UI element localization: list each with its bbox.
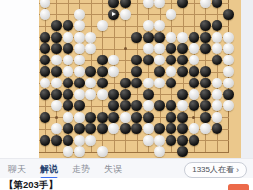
tab-bar: 聊天 解说 走势 失误 1335人在看 ›: [0, 158, 253, 179]
go-stone: [212, 100, 223, 111]
status-bar: 【第203手】: [0, 178, 253, 190]
go-stone: [51, 100, 62, 111]
go-stone: [177, 0, 188, 8]
go-stone: [51, 32, 62, 43]
go-stone: [143, 0, 154, 8]
go-stone: [223, 100, 234, 111]
go-stone: [51, 55, 62, 66]
go-stone: [189, 135, 200, 146]
go-stone: [131, 123, 142, 134]
go-stone: [189, 55, 200, 66]
go-stone: [143, 43, 154, 54]
viewers-count: 1335人在看: [192, 164, 234, 175]
go-stone: [131, 66, 142, 77]
go-stone: [85, 66, 96, 77]
chevron-right-icon: ›: [236, 165, 239, 175]
move-number-label: 【第203手】: [4, 179, 58, 190]
go-stone: [200, 112, 211, 123]
go-stone: [166, 100, 177, 111]
go-stone: [177, 43, 188, 54]
go-stone: [120, 78, 131, 89]
go-stone: [51, 20, 62, 31]
go-stone: [131, 100, 142, 111]
go-stone: [63, 135, 74, 146]
viewers-pill[interactable]: 1335人在看 ›: [184, 162, 247, 178]
go-stone: [120, 112, 131, 123]
go-stone: [223, 43, 234, 54]
go-stone: [108, 0, 119, 8]
go-stone: [131, 55, 142, 66]
go-stone: [120, 123, 131, 134]
go-stone: [63, 100, 74, 111]
go-stone: [40, 112, 51, 123]
go-stone: [143, 123, 154, 134]
go-stone: [63, 78, 74, 89]
go-stone: [85, 32, 96, 43]
go-stone: [120, 100, 131, 111]
go-stone: [74, 112, 85, 123]
go-stone: [200, 78, 211, 89]
go-stone: [85, 123, 96, 134]
go-stone: [63, 146, 74, 157]
go-stone: [223, 55, 234, 66]
go-stone: [97, 89, 108, 100]
tab-trend[interactable]: 走势: [72, 160, 90, 178]
go-stone: [143, 20, 154, 31]
last-move-marker: [112, 12, 116, 16]
go-stone: [154, 32, 165, 43]
go-stone: [85, 89, 96, 100]
go-stone: [74, 89, 85, 100]
go-broadcast-screen: 聊天 解说 走势 失误 1335人在看 › 【第203手】: [0, 0, 253, 190]
go-stone: [97, 146, 108, 157]
go-stone: [223, 32, 234, 43]
go-stone: [189, 100, 200, 111]
go-stone: [40, 32, 51, 43]
go-stone: [63, 32, 74, 43]
go-stone: [177, 135, 188, 146]
go-stone: [143, 89, 154, 100]
go-stone: [154, 43, 165, 54]
go-stone: [154, 146, 165, 157]
go-board[interactable]: [39, 0, 241, 158]
tab-commentary-label: 解说: [40, 164, 58, 174]
go-stone: [51, 78, 62, 89]
go-stone: [85, 112, 96, 123]
go-stone: [166, 32, 177, 43]
go-stone: [63, 66, 74, 77]
go-stone: [97, 55, 108, 66]
go-stone: [223, 78, 234, 89]
go-stone: [212, 123, 223, 134]
go-stone: [51, 135, 62, 146]
go-stone: [223, 9, 234, 20]
go-stone: [177, 112, 188, 123]
go-stone: [40, 55, 51, 66]
go-stone: [74, 146, 85, 157]
go-stone: [200, 43, 211, 54]
go-stone: [74, 55, 85, 66]
go-stone: [74, 9, 85, 20]
go-stone: [212, 89, 223, 100]
go-stone: [177, 66, 188, 77]
go-stone: [63, 112, 74, 123]
go-stone: [143, 55, 154, 66]
go-stone: [177, 146, 188, 157]
go-stone: [212, 32, 223, 43]
go-stone: [120, 89, 131, 100]
go-stone: [131, 78, 142, 89]
go-stone: [154, 55, 165, 66]
go-stone: [189, 89, 200, 100]
orange-action-button[interactable]: [228, 184, 249, 190]
go-stone: [97, 123, 108, 134]
go-stone: [120, 0, 131, 8]
go-stone: [177, 89, 188, 100]
go-stone: [166, 9, 177, 20]
go-stone: [143, 100, 154, 111]
go-stone: [143, 32, 154, 43]
go-stone: [51, 89, 62, 100]
go-stone: [154, 20, 165, 31]
go-stone: [166, 112, 177, 123]
go-stone: [74, 43, 85, 54]
go-stone: [74, 32, 85, 43]
go-stone: [212, 43, 223, 54]
go-stone: [143, 135, 154, 146]
go-stone: [166, 78, 177, 89]
go-stone: [154, 100, 165, 111]
go-stone: [85, 135, 96, 146]
go-stone: [131, 32, 142, 43]
go-stone: [108, 123, 119, 134]
go-stone: [166, 66, 177, 77]
go-stone: [200, 0, 211, 8]
go-stone: [85, 78, 96, 89]
go-stone: [200, 123, 211, 134]
go-stone: [177, 123, 188, 134]
go-stone: [51, 43, 62, 54]
go-stone: [154, 78, 165, 89]
go-stone: [40, 0, 51, 8]
go-stone: [189, 78, 200, 89]
go-stone: [223, 89, 234, 100]
go-stone: [40, 78, 51, 89]
go-stone: [212, 78, 223, 89]
go-stone: [108, 100, 119, 111]
go-stone: [74, 66, 85, 77]
go-stone: [97, 20, 108, 31]
go-stone: [200, 100, 211, 111]
go-stone: [97, 78, 108, 89]
go-stone: [154, 135, 165, 146]
go-stone: [154, 123, 165, 134]
go-stone: [85, 43, 96, 54]
go-stone: [166, 55, 177, 66]
go-stone: [108, 9, 119, 20]
go-stone: [63, 20, 74, 31]
go-stone: [40, 9, 51, 20]
go-stone: [51, 123, 62, 134]
go-stone: [40, 66, 51, 77]
go-stone: [74, 100, 85, 111]
go-stone: [40, 135, 51, 146]
go-stone: [74, 123, 85, 134]
tab-mistakes[interactable]: 失误: [104, 160, 122, 178]
go-stone: [189, 32, 200, 43]
go-stone: [108, 112, 119, 123]
go-stone: [177, 100, 188, 111]
go-stone: [40, 89, 51, 100]
star-point: [124, 47, 127, 50]
go-stone: [200, 32, 211, 43]
go-stone: [223, 66, 234, 77]
go-stone: [97, 66, 108, 77]
go-stone: [177, 55, 188, 66]
board-line: [39, 14, 229, 15]
go-stone: [108, 66, 119, 77]
go-stone: [51, 66, 62, 77]
go-stone: [200, 20, 211, 31]
go-stone: [63, 123, 74, 134]
left-gutter: [0, 0, 39, 158]
go-stone: [154, 66, 165, 77]
go-stone: [166, 135, 177, 146]
go-stone: [63, 43, 74, 54]
star-point: [55, 116, 58, 119]
right-gutter: [241, 0, 253, 158]
go-stone: [189, 123, 200, 134]
go-stone: [154, 0, 165, 8]
go-stone: [108, 89, 119, 100]
go-stone: [212, 112, 223, 123]
go-stone: [166, 43, 177, 54]
go-stone: [74, 78, 85, 89]
go-stone: [200, 66, 211, 77]
tab-chat-label: 聊天: [8, 164, 26, 174]
tab-chat[interactable]: 聊天: [8, 160, 26, 178]
tab-mistakes-label: 失误: [104, 164, 122, 174]
go-stone: [63, 55, 74, 66]
tab-commentary[interactable]: 解说: [40, 160, 58, 178]
go-stone: [189, 43, 200, 54]
go-stone: [212, 55, 223, 66]
go-stone: [131, 112, 142, 123]
go-stone: [200, 89, 211, 100]
tab-trend-label: 走势: [72, 164, 90, 174]
go-stone: [166, 123, 177, 134]
go-stone: [97, 112, 108, 123]
go-stone: [189, 66, 200, 77]
go-stone: [108, 55, 119, 66]
go-stone: [40, 43, 51, 54]
go-stone: [177, 32, 188, 43]
go-stone: [120, 9, 131, 20]
go-stone: [212, 0, 223, 8]
go-stone: [63, 89, 74, 100]
go-stone: [74, 135, 85, 146]
go-stone: [74, 20, 85, 31]
go-stone: [143, 78, 154, 89]
go-stone: [212, 20, 223, 31]
go-stone: [143, 112, 154, 123]
